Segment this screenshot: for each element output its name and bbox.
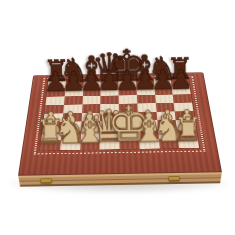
square-a3 — [42, 122, 62, 131]
brass-clasp-right — [168, 175, 180, 181]
square-c4 — [81, 112, 100, 121]
square-d4 — [100, 112, 119, 121]
square-c1 — [80, 140, 100, 150]
square-d6 — [100, 95, 118, 104]
square-a5 — [44, 105, 63, 114]
square-b2 — [61, 131, 81, 141]
square-h1 — [178, 138, 199, 148]
square-d3 — [100, 121, 119, 130]
square-h5 — [174, 102, 194, 111]
square-g1 — [159, 138, 180, 148]
square-f6 — [137, 95, 156, 104]
square-d1 — [100, 139, 120, 149]
square-c3 — [81, 121, 100, 130]
square-a4 — [43, 113, 63, 122]
product-photo-background: ♜♞♝♛♚♝♞♜♟♟♟♟♟♟♟♟♟♟♟♟♟♟♟♟♜♞♝♛♚♝♞♜ — [0, 0, 235, 235]
square-h4 — [175, 111, 195, 120]
square-b1 — [60, 140, 80, 150]
square-a2 — [41, 131, 61, 141]
square-g2 — [158, 129, 178, 139]
square-e2 — [119, 130, 139, 140]
board-grid — [40, 78, 199, 150]
square-f3 — [138, 120, 158, 129]
square-b3 — [62, 122, 82, 131]
square-g4 — [156, 111, 176, 120]
square-c5 — [82, 104, 101, 113]
square-g3 — [157, 120, 177, 129]
chess-board — [18, 72, 222, 176]
square-h2 — [177, 129, 198, 139]
square-a1 — [40, 140, 61, 150]
square-h6 — [173, 94, 192, 103]
square-e4 — [119, 112, 138, 121]
square-b5 — [63, 104, 82, 113]
square-e1 — [119, 139, 139, 149]
chess-set: ♜♞♝♛♚♝♞♜♟♟♟♟♟♟♟♟♟♟♟♟♟♟♟♟♜♞♝♛♚♝♞♜ — [0, 0, 235, 235]
square-e3 — [119, 121, 138, 130]
square-c2 — [80, 130, 100, 140]
square-g5 — [155, 103, 174, 112]
square-f2 — [138, 129, 158, 139]
brass-clasp-left — [40, 178, 52, 184]
square-b4 — [62, 113, 81, 122]
square-f5 — [137, 103, 156, 112]
square-d2 — [100, 130, 120, 140]
square-h3 — [176, 120, 196, 129]
square-e6 — [119, 95, 137, 104]
square-d5 — [100, 104, 119, 113]
square-c6 — [82, 96, 100, 105]
square-e5 — [119, 103, 138, 112]
square-f1 — [139, 139, 159, 149]
square-f4 — [138, 112, 157, 121]
